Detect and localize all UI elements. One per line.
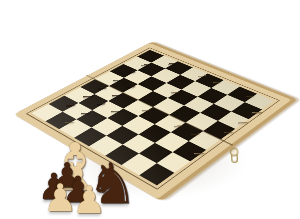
clasp-hook-icon: [231, 154, 238, 163]
offboard-piece-white-pawn: ♟: [72, 181, 106, 219]
chess-set-photo: ♝♚♜♞♜♟♝♟♟♟♟♛♜♜♟♟♟♟♟♟♞♝♛♚ ♟♝♟♟♞♟♟: [0, 0, 300, 219]
